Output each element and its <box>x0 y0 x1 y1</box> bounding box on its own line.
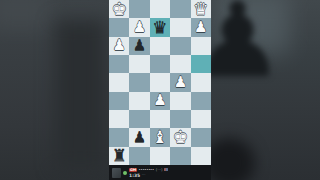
blurred-pawn-icon: ♟ <box>211 0 284 92</box>
board-square[interactable] <box>191 128 211 146</box>
board-square[interactable] <box>150 37 170 55</box>
white-pawn-piece[interactable]: ♟ <box>133 20 146 35</box>
player-avatar[interactable] <box>112 168 121 178</box>
white-pawn-piece[interactable]: ♟ <box>174 75 187 90</box>
player-clock: 1:35 <box>129 173 140 178</box>
white-queen-piece[interactable]: ♛ <box>193 1 208 18</box>
board-square[interactable] <box>129 0 149 18</box>
board-square[interactable]: ♟ <box>129 37 149 55</box>
blurred-background-right: ♟ <box>211 0 320 180</box>
board-square[interactable] <box>170 55 190 73</box>
board-square[interactable] <box>109 92 129 110</box>
black-rook-piece[interactable]: ♜ <box>112 147 127 164</box>
player-flag-icon <box>164 168 168 171</box>
board-square[interactable] <box>170 110 190 128</box>
board-square[interactable] <box>191 73 211 91</box>
board-square[interactable]: ♛ <box>150 18 170 36</box>
blur-smudge <box>0 0 50 30</box>
blur-blob <box>211 138 255 180</box>
board-square[interactable]: ♟ <box>150 92 170 110</box>
board-square[interactable] <box>109 128 129 146</box>
black-queen-piece[interactable]: ♛ <box>152 19 167 36</box>
board-square[interactable] <box>150 55 170 73</box>
board-square[interactable]: ♟ <box>170 73 190 91</box>
board-square[interactable] <box>129 147 149 165</box>
blur-smudge <box>55 20 105 170</box>
player-rating: (···) <box>156 168 163 173</box>
board-square[interactable] <box>109 18 129 36</box>
white-bishop-piece[interactable]: ♝ <box>152 129 167 146</box>
white-king-piece[interactable]: ♚ <box>112 1 127 18</box>
board-square[interactable] <box>129 55 149 73</box>
board-square[interactable]: ♟ <box>191 18 211 36</box>
board-square[interactable] <box>109 55 129 73</box>
board-square[interactable] <box>170 92 190 110</box>
board-square[interactable] <box>150 0 170 18</box>
board-square[interactable]: ♚ <box>109 0 129 18</box>
player-info: GM ········ (···) 1:35 ··· <box>129 167 168 177</box>
online-indicator-icon <box>123 171 127 175</box>
board-square[interactable]: ♟ <box>129 18 149 36</box>
board-square[interactable] <box>191 55 211 73</box>
board-square[interactable] <box>109 110 129 128</box>
white-king-piece[interactable]: ♚ <box>173 129 188 146</box>
board-square[interactable] <box>129 73 149 91</box>
chess-board[interactable]: ♚♛♟♛♟♟♟♟♟♟♝♚♜ <box>109 0 211 165</box>
board-square[interactable] <box>170 0 190 18</box>
board-square[interactable] <box>191 37 211 55</box>
board-square[interactable]: ♛ <box>191 0 211 18</box>
black-pawn-piece[interactable]: ♟ <box>133 38 146 53</box>
board-square[interactable] <box>191 92 211 110</box>
board-square[interactable]: ♜ <box>109 147 129 165</box>
white-pawn-piece[interactable]: ♟ <box>112 38 125 53</box>
board-square[interactable]: ♝ <box>150 128 170 146</box>
board-square[interactable] <box>170 147 190 165</box>
white-pawn-piece[interactable]: ♟ <box>153 93 166 108</box>
board-square[interactable] <box>150 73 170 91</box>
white-pawn-piece[interactable]: ♟ <box>194 20 207 35</box>
player-bar: GM ········ (···) 1:35 ··· <box>109 165 211 180</box>
board-square[interactable] <box>129 92 149 110</box>
video-region: ♚♛♟♛♟♟♟♟♟♟♝♚♜ GM ········ (···) 1:35 ··· <box>109 0 211 180</box>
clock-meta: ··· <box>142 173 146 178</box>
board-square[interactable]: ♟ <box>129 128 149 146</box>
board-square[interactable]: ♚ <box>170 128 190 146</box>
black-pawn-piece[interactable]: ♟ <box>133 130 146 145</box>
board-square[interactable] <box>191 147 211 165</box>
board-square[interactable] <box>191 110 211 128</box>
board-square[interactable] <box>170 37 190 55</box>
board-square[interactable] <box>109 73 129 91</box>
board-square[interactable] <box>170 18 190 36</box>
gm-title-badge: GM <box>129 168 137 173</box>
board-square[interactable] <box>150 147 170 165</box>
video-frame: ♟ ♚♛♟♛♟♟♟♟♟♟♝♚♜ GM ········ (···) 1:35 ·… <box>0 0 320 180</box>
blurred-background-left <box>0 0 109 180</box>
board-square[interactable] <box>150 110 170 128</box>
board-square[interactable] <box>129 110 149 128</box>
board-square[interactable]: ♟ <box>109 37 129 55</box>
